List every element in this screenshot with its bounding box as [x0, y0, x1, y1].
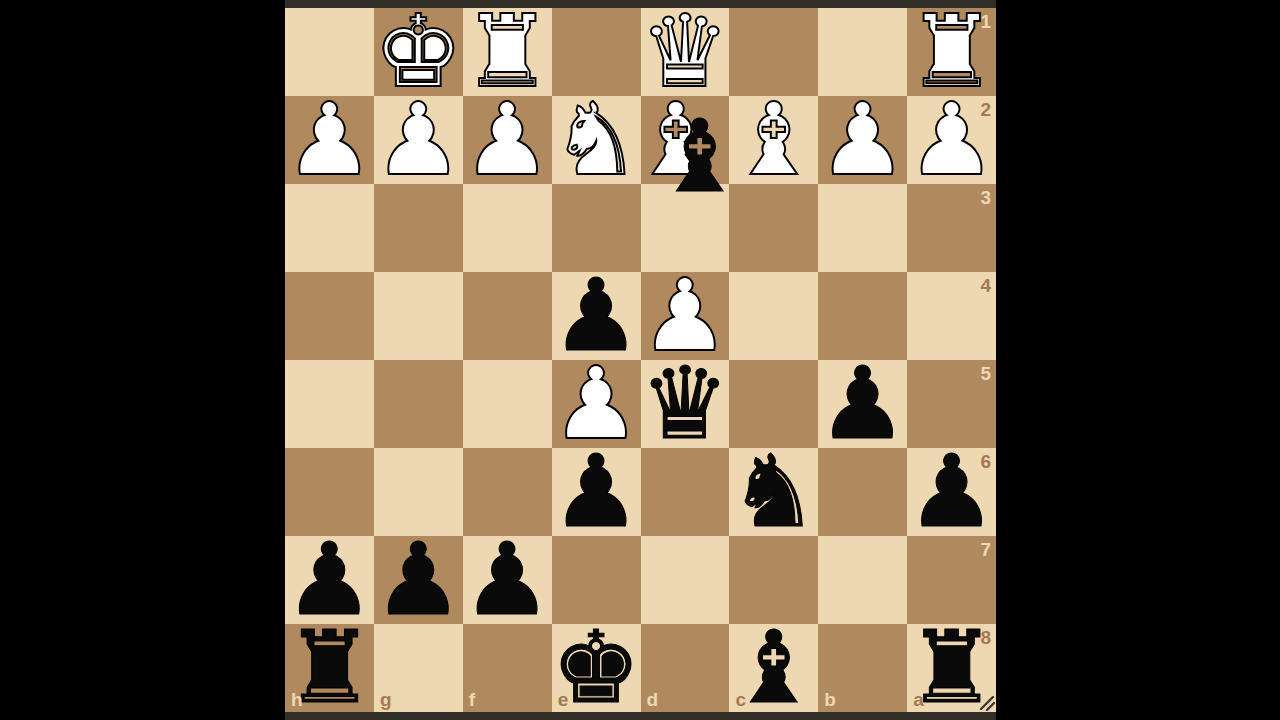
- piece-black-king[interactable]: ♚: [552, 624, 641, 712]
- piece-white-pawn[interactable]: ♟: [374, 96, 463, 184]
- chess-board: ♚♜♛1♜♟♟♟♞♝♝♝♟2♟3♟♟4♟♛♟5♟♞6♟♟♟♟7h♜gfe♚dc♝…: [285, 8, 996, 712]
- piece-white-knight[interactable]: ♞: [552, 96, 641, 184]
- square-g5[interactable]: [374, 360, 463, 448]
- square-h5[interactable]: [285, 360, 374, 448]
- square-d7[interactable]: [641, 536, 730, 624]
- piece-white-pawn[interactable]: ♟: [285, 96, 374, 184]
- square-g4[interactable]: [374, 272, 463, 360]
- square-e6[interactable]: ♟: [552, 448, 641, 536]
- file-label-b: b: [824, 689, 836, 711]
- rank-label-5: 5: [980, 363, 991, 385]
- board-resize-handle-icon[interactable]: [976, 692, 995, 711]
- piece-black-rook[interactable]: ♜: [285, 624, 374, 712]
- square-c4[interactable]: [729, 272, 818, 360]
- square-f4[interactable]: [463, 272, 552, 360]
- page-background: ♚♜♛1♜♟♟♟♞♝♝♝♟2♟3♟♟4♟♛♟5♟♞6♟♟♟♟7h♜gfe♚dc♝…: [0, 0, 1280, 720]
- square-h2[interactable]: ♟: [285, 96, 374, 184]
- piece-white-pawn[interactable]: ♟: [818, 96, 907, 184]
- piece-black-bishop[interactable]: ♝: [656, 113, 745, 201]
- square-a4[interactable]: 4: [907, 272, 996, 360]
- square-g7[interactable]: ♟: [374, 536, 463, 624]
- file-label-d: d: [647, 689, 659, 711]
- piece-black-pawn[interactable]: ♟: [552, 448, 641, 536]
- piece-black-pawn[interactable]: ♟: [818, 360, 907, 448]
- square-a2[interactable]: 2♟: [907, 96, 996, 184]
- square-h4[interactable]: [285, 272, 374, 360]
- square-a6[interactable]: 6♟: [907, 448, 996, 536]
- square-f2[interactable]: ♟: [463, 96, 552, 184]
- file-label-g: g: [380, 689, 392, 711]
- piece-white-pawn[interactable]: ♟: [907, 96, 996, 184]
- piece-black-knight[interactable]: ♞: [729, 448, 818, 536]
- square-h8[interactable]: h♜: [285, 624, 374, 712]
- piece-black-queen[interactable]: ♛: [641, 360, 730, 448]
- square-b7[interactable]: [818, 536, 907, 624]
- file-label-f: f: [469, 689, 475, 711]
- square-b5[interactable]: ♟: [818, 360, 907, 448]
- square-f5[interactable]: [463, 360, 552, 448]
- square-a8[interactable]: 8a♜: [907, 624, 996, 712]
- piece-black-bishop[interactable]: ♝: [729, 624, 818, 712]
- square-f7[interactable]: ♟: [463, 536, 552, 624]
- square-e2[interactable]: ♞: [552, 96, 641, 184]
- piece-black-pawn[interactable]: ♟: [374, 536, 463, 624]
- piece-white-pawn[interactable]: ♟: [463, 96, 552, 184]
- square-c6[interactable]: ♞: [729, 448, 818, 536]
- square-d2[interactable]: ♝♝: [641, 96, 730, 184]
- piece-black-pawn[interactable]: ♟: [463, 536, 552, 624]
- square-c8[interactable]: c♝: [729, 624, 818, 712]
- square-e8[interactable]: e♚: [552, 624, 641, 712]
- square-b2[interactable]: ♟: [818, 96, 907, 184]
- square-g2[interactable]: ♟: [374, 96, 463, 184]
- rank-label-4: 4: [980, 275, 991, 297]
- square-d8[interactable]: d: [641, 624, 730, 712]
- square-d5[interactable]: ♛: [641, 360, 730, 448]
- piece-black-pawn[interactable]: ♟: [907, 448, 996, 536]
- square-b8[interactable]: b: [818, 624, 907, 712]
